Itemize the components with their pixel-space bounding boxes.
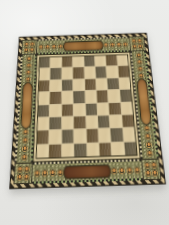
rosette-icon [134,166,140,173]
board-square [96,67,107,78]
corner-rosette-cluster [21,39,37,55]
board-square [50,130,61,143]
rosette-icon [30,42,35,47]
board-square [50,117,61,130]
board-square [37,131,49,144]
corner-rosette-cluster [141,158,162,180]
rosette-icon [119,167,125,174]
board-square [117,55,128,66]
rosette-icon [22,137,28,143]
rosette-icon [42,169,48,176]
board-square [62,117,73,130]
board-square [62,91,73,103]
board-square [95,56,106,67]
rosette-column-icon [25,56,31,82]
rosette-icon [103,42,108,47]
board-square [108,90,120,102]
board-square [50,80,61,91]
board-square [97,103,109,115]
board-square [40,57,51,68]
rosette-icon [123,42,128,47]
rosette-icon [138,44,143,49]
board-square [84,56,95,67]
board-square [86,116,98,129]
board-square [86,129,98,142]
photo-backdrop [0,0,169,225]
board-square [121,102,133,114]
rosette-icon [110,42,115,47]
board-square [96,78,107,89]
rosette-icon [26,56,31,61]
rosette-icon [24,42,29,47]
board-square [62,80,73,91]
board-square [106,55,117,66]
board-square [39,80,50,91]
wood-panel-bottom [63,164,111,179]
board-square [74,116,85,129]
rosette-icon [132,44,137,49]
board-square [99,142,111,156]
rosette-row-icon [103,42,128,48]
rosette-icon [131,38,136,43]
board-square [85,79,96,90]
rosette-icon [50,169,56,176]
board-square [73,56,84,67]
rosette-icon [22,129,28,135]
board-square [107,67,118,78]
board-square [98,116,110,129]
wood-panel-right [136,78,152,125]
rosette-icon [23,48,28,53]
board-square [98,129,110,142]
rosette-icon [24,174,30,181]
board-square [111,128,123,141]
board-square [73,91,84,103]
rosette-icon [143,125,149,131]
board-square [110,115,122,128]
rosette-icon [137,38,142,43]
rosette-icon [25,70,30,75]
board-square [122,115,134,128]
rosette-icon [145,142,151,148]
board-square [84,67,95,78]
board-square [50,104,61,116]
rosette-icon [136,60,142,65]
rosette-column-icon [143,125,152,156]
wood-panel-left [20,82,33,129]
board-square [109,102,121,114]
rosette-row-icon [34,169,63,177]
board-square [62,144,74,158]
rosette-icon [151,162,158,169]
board-square [39,69,50,80]
playing-grid [36,54,138,159]
board-square [38,117,49,130]
board-square [74,130,86,143]
rosette-icon [39,44,44,49]
rosette-icon [152,170,159,177]
board-square [37,144,49,158]
board-square [123,128,135,141]
board-square [38,105,49,117]
board-square [73,68,84,79]
board-square [118,66,129,77]
rosette-icon [34,169,40,176]
board-square [51,57,61,68]
board-square [97,90,108,102]
mosaic-border-bottom [32,159,143,184]
rosette-icon [21,154,27,161]
rosette-icon [144,133,150,139]
board-square [124,142,137,155]
rosette-column-icon [21,129,28,161]
corner-rosette-cluster [13,162,32,184]
board-square [119,78,131,89]
rosette-icon [30,48,35,53]
board-square [51,68,62,79]
rosette-icon [16,174,22,181]
rosette-icon [45,44,50,49]
rosette-icon [52,44,57,49]
rosette-icon [21,145,27,152]
board-square [107,78,118,89]
rosette-icon [24,166,30,173]
rosette-icon [126,166,132,173]
board-square [73,79,84,90]
rosette-icon [26,63,31,68]
rosette-icon [146,150,152,157]
rosette-row-icon [111,166,140,174]
board-surface [9,33,166,189]
rosette-icon [111,167,117,174]
board-square [74,103,85,115]
board-square [38,92,49,104]
wood-panel-top [63,40,104,51]
board-square [74,143,86,157]
rosette-column-icon [136,53,144,79]
board-square [49,144,61,158]
board-square [62,130,73,143]
corner-rosette-cluster [129,36,146,52]
rosette-icon [17,166,23,173]
rosette-icon [145,170,152,177]
rosette-icon [116,42,121,47]
rosette-icon [137,66,143,71]
board-square [62,57,72,68]
board-square [87,143,99,157]
chess-board [12,21,158,185]
rosette-row-icon [39,44,63,50]
board-square [62,68,73,79]
board-square [85,103,96,115]
rosette-icon [136,53,141,58]
board-square [62,104,73,116]
board-square [85,91,96,103]
board-square [112,142,125,155]
board-square [120,90,132,102]
rosette-icon [144,162,150,169]
board-square [50,92,61,104]
